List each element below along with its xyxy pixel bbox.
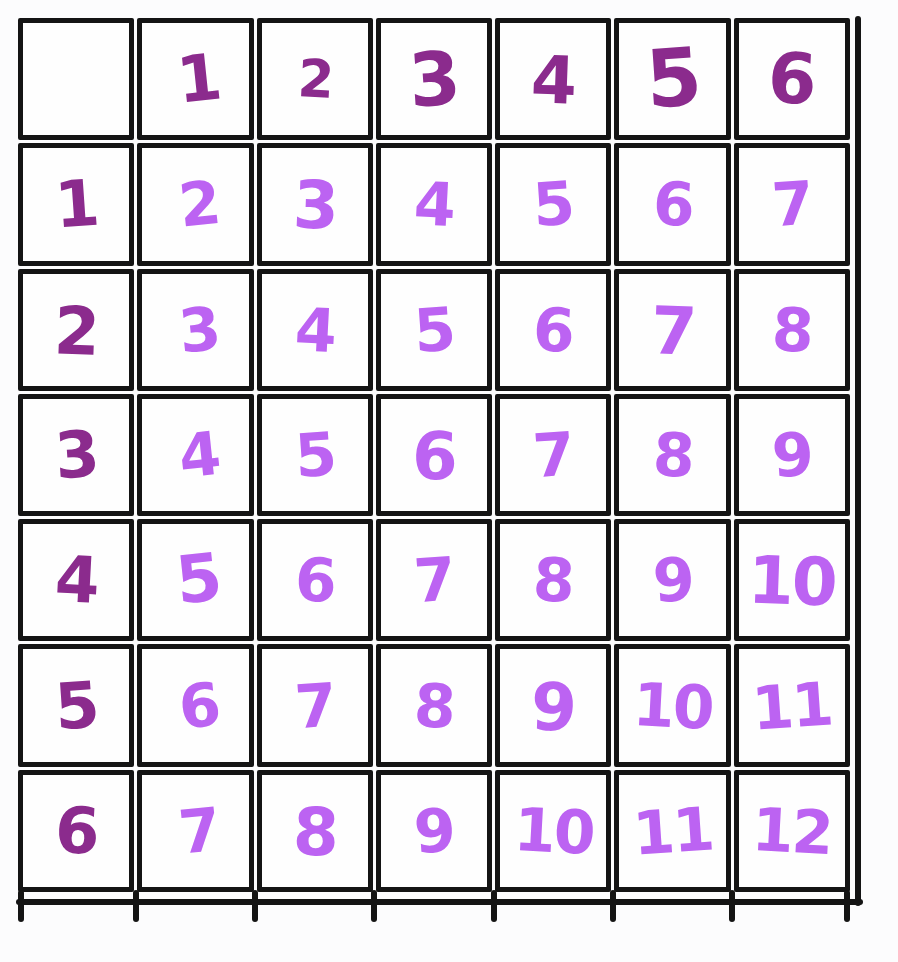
sum-cell-r2-c4: 6 <box>495 269 611 391</box>
sum-cell-r5-c1: 6 <box>137 644 253 766</box>
cell-digit: 11 <box>750 673 833 738</box>
cell-digit: 7 <box>293 674 337 737</box>
sum-cell-r5-c3: 8 <box>376 644 492 766</box>
grid-stub <box>844 890 850 922</box>
cell-digit: 9 <box>770 424 814 487</box>
cell-digit: 4 <box>293 299 336 361</box>
sum-cell-r6-c2: 8 <box>257 770 373 892</box>
cell-digit: 7 <box>649 298 695 365</box>
header-cell-r0-c2: 2 <box>257 18 373 140</box>
grid-stub <box>610 890 616 922</box>
grid-stub <box>252 890 258 922</box>
cell-digit: 6 <box>293 549 336 611</box>
sum-cell-r4-c4: 8 <box>495 519 611 641</box>
sum-cell-r5-c5: 10 <box>614 644 730 766</box>
cell-digit: 8 <box>770 299 813 361</box>
sum-cell-r1-c5: 6 <box>614 143 730 265</box>
cell-digit: 2 <box>296 52 333 106</box>
sum-cell-r3-c1: 4 <box>137 394 253 516</box>
header-cell-r0-c3: 3 <box>376 18 492 140</box>
sum-cell-r3-c3: 6 <box>376 394 492 516</box>
sum-cell-r1-c2: 3 <box>257 143 373 265</box>
sum-cell-r5-c2: 7 <box>257 644 373 766</box>
cell-digit: 4 <box>413 173 456 235</box>
grid-stub <box>133 890 139 922</box>
cell-digit: 10 <box>747 548 837 617</box>
cell-digit: 3 <box>176 297 222 361</box>
sum-cell-r4-c3: 7 <box>376 519 492 641</box>
cell-digit: 9 <box>412 800 456 863</box>
sum-cell-r3-c4: 7 <box>495 394 611 516</box>
sum-cell-r6-c3: 9 <box>376 770 492 892</box>
sum-cell-r4-c5: 9 <box>614 519 730 641</box>
sum-cell-r1-c1: 2 <box>137 143 253 265</box>
sum-cell-r3-c5: 8 <box>614 394 730 516</box>
grid-stub <box>729 890 735 922</box>
cell-digit: 6 <box>53 798 99 864</box>
sum-cell-r6-c1: 7 <box>137 770 253 892</box>
header-cell-r0-c6: 6 <box>734 18 850 140</box>
cell-digit: 8 <box>651 424 694 486</box>
sum-cell-r6-c6: 12 <box>734 770 850 892</box>
sum-cell-r1-c3: 4 <box>376 143 492 265</box>
cell-digit: 9 <box>651 549 695 612</box>
cell-digit: 6 <box>532 299 575 361</box>
sum-cell-r1-c6: 7 <box>734 143 850 265</box>
header-cell-r1-c0: 1 <box>18 143 134 265</box>
sum-cell-r3-c6: 9 <box>734 394 850 516</box>
cell-digit: 11 <box>631 798 714 863</box>
sum-cell-r2-c1: 3 <box>137 269 253 391</box>
sum-cell-r4-c2: 6 <box>257 519 373 641</box>
cell-digit: 2 <box>53 298 99 365</box>
cell-digit: 10 <box>631 674 714 738</box>
header-cell-r6-c0: 6 <box>18 770 134 892</box>
sum-cell-r4-c6: 10 <box>734 519 850 641</box>
sum-cell-r5-c6: 11 <box>734 644 850 766</box>
sum-cell-r2-c6: 8 <box>734 269 850 391</box>
outer-bottom-line <box>16 899 863 905</box>
cell-digit: 4 <box>530 47 576 114</box>
cell-digit: 3 <box>53 422 100 489</box>
grid-stub <box>18 890 24 922</box>
addition-table-board: 1234561234567234567834567894567891056789… <box>18 18 850 892</box>
cell-digit: 5 <box>531 173 575 236</box>
cell-digit: 7 <box>531 424 575 487</box>
header-cell-r3-c0: 3 <box>18 394 134 516</box>
cell-digit: 7 <box>770 173 814 236</box>
cell-digit: 5 <box>293 424 337 487</box>
cell-digit: 8 <box>292 799 338 866</box>
cell-digit: 8 <box>413 675 456 737</box>
header-cell-r4-c0: 4 <box>18 519 134 641</box>
cell-digit: 6 <box>767 43 817 115</box>
cell-digit: 6 <box>411 423 457 490</box>
cell-digit: 1 <box>174 45 223 113</box>
sum-cell-r4-c1: 5 <box>137 519 253 641</box>
sum-cell-r2-c5: 7 <box>614 269 730 391</box>
outer-right-line <box>855 16 861 906</box>
cell-digit: 12 <box>751 799 834 863</box>
cell-digit: 1 <box>53 171 100 238</box>
cell-digit: 10 <box>512 799 595 863</box>
header-cell-r5-c0: 5 <box>18 644 134 766</box>
header-cell-r2-c0: 2 <box>18 269 134 391</box>
header-cell-r0-c4: 4 <box>495 18 611 140</box>
corner-cell <box>18 18 134 140</box>
header-cell-r0-c1: 1 <box>137 18 253 140</box>
cell-digit: 4 <box>53 547 99 613</box>
grid-stub <box>491 890 497 922</box>
cell-digit: 2 <box>176 172 222 236</box>
sum-cell-r6-c5: 11 <box>614 770 730 892</box>
cell-digit: 6 <box>176 673 222 737</box>
header-cell-r0-c5: 5 <box>614 18 730 140</box>
cell-digit: 5 <box>173 545 224 615</box>
grid: 1234561234567234567834567894567891056789… <box>18 18 850 892</box>
sum-cell-r2-c2: 4 <box>257 269 373 391</box>
cell-digit: 5 <box>643 37 702 121</box>
cell-digit: 9 <box>530 674 576 741</box>
cell-digit: 7 <box>412 549 456 612</box>
sum-cell-r1-c4: 5 <box>495 143 611 265</box>
cell-digit: 3 <box>292 173 338 240</box>
cell-digit: 5 <box>53 672 100 739</box>
cell-digit: 8 <box>532 549 575 611</box>
cell-digit: 3 <box>407 41 462 118</box>
sum-cell-r3-c2: 5 <box>257 394 373 516</box>
sum-cell-r5-c4: 9 <box>495 644 611 766</box>
sum-cell-r2-c3: 5 <box>376 269 492 391</box>
cell-digit: 5 <box>412 298 456 361</box>
cell-digit: 6 <box>651 173 694 235</box>
sum-cell-r6-c4: 10 <box>495 770 611 892</box>
cell-digit: 4 <box>176 423 222 487</box>
grid-stub <box>371 890 377 922</box>
addition-table-screenshot: { "game": "addition-table", "description… <box>0 0 898 962</box>
cell-digit: 7 <box>176 799 222 863</box>
